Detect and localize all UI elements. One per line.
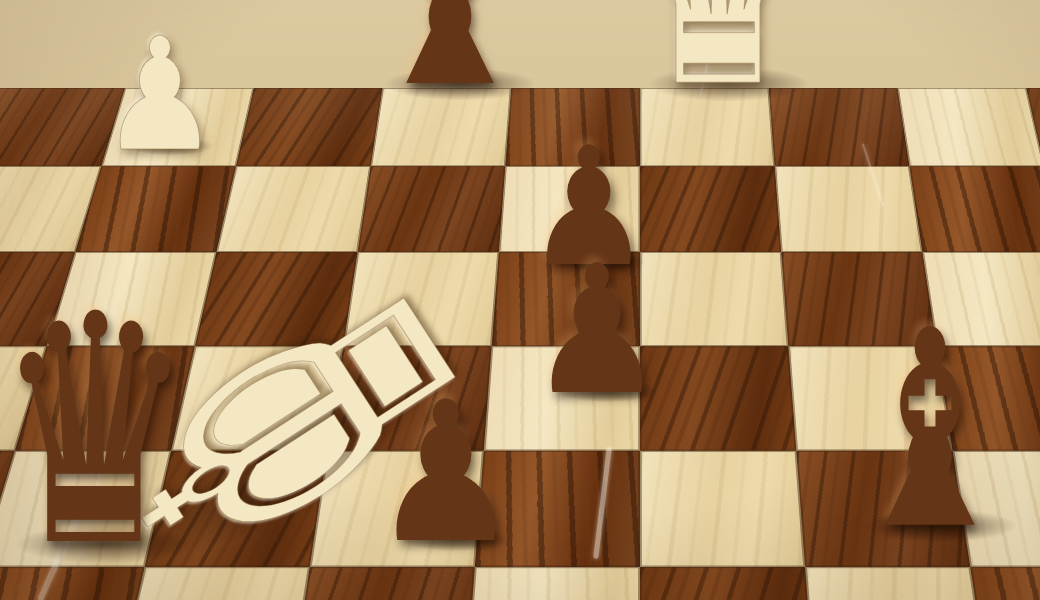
white-pawn: ♟ — [90, 17, 230, 173]
black-pawn: ♟ — [359, 376, 533, 570]
white-queen-cropped: ♛ — [591, 0, 847, 126]
black-queen: ♛ — [0, 273, 237, 590]
square-e3 — [640, 567, 815, 600]
square-g7 — [909, 166, 1040, 252]
square-e4 — [640, 451, 805, 567]
black-bishop-cropped: ♝ — [330, 0, 569, 124]
square-g8 — [898, 88, 1040, 166]
black-bishop: ♝ — [808, 295, 1040, 567]
chessboard-photo: ♟♝♛♟♟♟♛♝♚ — [0, 0, 1040, 600]
square-f7 — [775, 166, 923, 252]
